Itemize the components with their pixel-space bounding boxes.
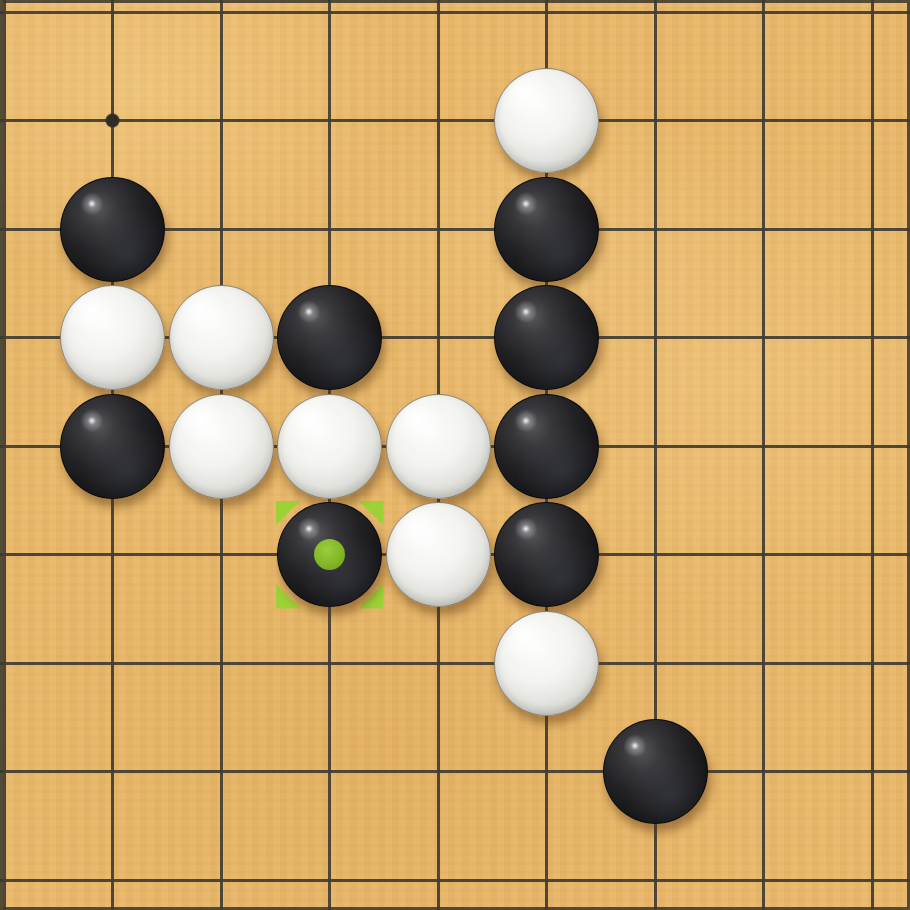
grid-vline xyxy=(871,0,874,910)
grid-vline xyxy=(3,0,6,910)
grid-hline xyxy=(0,662,910,665)
black-stone xyxy=(494,502,599,607)
black-stone xyxy=(277,285,382,390)
black-stone xyxy=(494,394,599,499)
grid-hline xyxy=(0,770,910,773)
black-stone xyxy=(60,394,165,499)
grid-vline xyxy=(762,0,765,910)
grid-hline xyxy=(0,119,910,122)
black-stone xyxy=(60,177,165,282)
black-stone xyxy=(603,719,708,824)
white-stone xyxy=(386,394,491,499)
white-stone xyxy=(386,502,491,607)
go-board[interactable] xyxy=(0,0,910,910)
grid-hline xyxy=(0,11,910,14)
white-stone xyxy=(494,68,599,173)
black-stone xyxy=(494,177,599,282)
grid-hline xyxy=(0,879,910,882)
white-stone xyxy=(60,285,165,390)
white-stone xyxy=(169,285,274,390)
white-stone xyxy=(277,394,382,499)
star-point xyxy=(105,113,120,128)
black-stone-last-move xyxy=(277,502,382,607)
white-stone xyxy=(494,611,599,716)
black-stone xyxy=(494,285,599,390)
white-stone xyxy=(169,394,274,499)
